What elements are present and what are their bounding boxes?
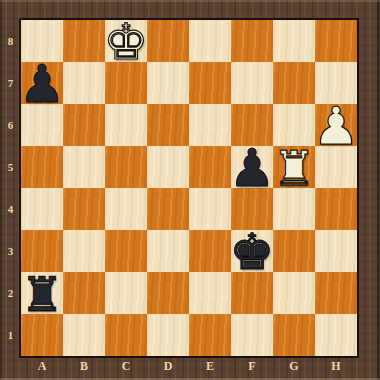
square-b6[interactable] xyxy=(63,104,105,146)
file-labels: ABCDEFGH xyxy=(21,357,357,376)
piece-white-pawn-h6[interactable]: ♟ xyxy=(313,100,360,152)
square-e1[interactable] xyxy=(189,314,231,356)
square-b5[interactable] xyxy=(63,146,105,188)
square-f8[interactable] xyxy=(231,20,273,62)
square-e4[interactable] xyxy=(189,188,231,230)
rank-label-2: 2 xyxy=(0,272,21,314)
chessboard-frame: 87654321 ♚♟♟♟♜♚♜ ABCDEFGH xyxy=(0,0,380,380)
square-e6[interactable] xyxy=(189,104,231,146)
square-c3[interactable] xyxy=(105,230,147,272)
square-e7[interactable] xyxy=(189,62,231,104)
square-f5[interactable]: ♟ xyxy=(231,146,273,188)
square-g5[interactable]: ♜ xyxy=(273,146,315,188)
square-h3[interactable] xyxy=(315,230,357,272)
square-c5[interactable] xyxy=(105,146,147,188)
square-d5[interactable] xyxy=(147,146,189,188)
piece-white-rook-g5[interactable]: ♜ xyxy=(272,144,315,192)
file-label-h: H xyxy=(315,357,357,376)
square-d4[interactable] xyxy=(147,188,189,230)
file-label-f: F xyxy=(231,357,273,376)
square-h1[interactable] xyxy=(315,314,357,356)
square-b3[interactable] xyxy=(63,230,105,272)
square-a7[interactable]: ♟ xyxy=(21,62,63,104)
piece-white-king-c8[interactable]: ♚ xyxy=(104,17,149,67)
file-label-b: B xyxy=(63,357,105,376)
square-d7[interactable] xyxy=(147,62,189,104)
piece-black-king-f3[interactable]: ♚ xyxy=(230,227,275,277)
square-b7[interactable] xyxy=(63,62,105,104)
square-g1[interactable] xyxy=(273,314,315,356)
piece-black-rook-a2[interactable]: ♜ xyxy=(20,270,63,318)
square-f3[interactable]: ♚ xyxy=(231,230,273,272)
square-e8[interactable] xyxy=(189,20,231,62)
square-d1[interactable] xyxy=(147,314,189,356)
square-h2[interactable] xyxy=(315,272,357,314)
file-label-c: C xyxy=(105,357,147,376)
file-label-e: E xyxy=(189,357,231,376)
square-h4[interactable] xyxy=(315,188,357,230)
square-c4[interactable] xyxy=(105,188,147,230)
square-b2[interactable] xyxy=(63,272,105,314)
square-f1[interactable] xyxy=(231,314,273,356)
square-c6[interactable] xyxy=(105,104,147,146)
piece-black-pawn-a7[interactable]: ♟ xyxy=(19,58,66,110)
file-label-d: D xyxy=(147,357,189,376)
file-label-a: A xyxy=(21,357,63,376)
rank-label-4: 4 xyxy=(0,188,21,230)
square-g7[interactable] xyxy=(273,62,315,104)
square-g3[interactable] xyxy=(273,230,315,272)
rank-label-5: 5 xyxy=(0,146,21,188)
square-e5[interactable] xyxy=(189,146,231,188)
square-a4[interactable] xyxy=(21,188,63,230)
square-e3[interactable] xyxy=(189,230,231,272)
square-c1[interactable] xyxy=(105,314,147,356)
square-c8[interactable]: ♚ xyxy=(105,20,147,62)
square-b8[interactable] xyxy=(63,20,105,62)
square-f7[interactable] xyxy=(231,62,273,104)
rank-label-3: 3 xyxy=(0,230,21,272)
square-e2[interactable] xyxy=(189,272,231,314)
square-c2[interactable] xyxy=(105,272,147,314)
square-h8[interactable] xyxy=(315,20,357,62)
file-label-g: G xyxy=(273,357,315,376)
square-h6[interactable]: ♟ xyxy=(315,104,357,146)
piece-black-pawn-f5[interactable]: ♟ xyxy=(229,142,276,194)
rank-label-1: 1 xyxy=(0,314,21,356)
square-a5[interactable] xyxy=(21,146,63,188)
square-b4[interactable] xyxy=(63,188,105,230)
square-b1[interactable] xyxy=(63,314,105,356)
square-d3[interactable] xyxy=(147,230,189,272)
square-g2[interactable] xyxy=(273,272,315,314)
square-d6[interactable] xyxy=(147,104,189,146)
square-g8[interactable] xyxy=(273,20,315,62)
square-a2[interactable]: ♜ xyxy=(21,272,63,314)
board: ♚♟♟♟♜♚♜ xyxy=(21,20,357,356)
square-d2[interactable] xyxy=(147,272,189,314)
square-d8[interactable] xyxy=(147,20,189,62)
